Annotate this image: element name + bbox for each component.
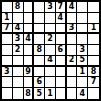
sudoku-cell-empty[interactable] xyxy=(24,2,35,13)
sudoku-cell-given: 2 xyxy=(45,34,56,45)
sudoku-cell-given: 1 xyxy=(88,24,99,35)
sudoku-cell-empty[interactable] xyxy=(45,13,56,24)
sudoku-cell-empty[interactable] xyxy=(24,45,35,56)
sudoku-cell-empty[interactable] xyxy=(88,45,99,56)
sudoku-cell-given: 4 xyxy=(77,88,88,99)
sudoku-cell-given: 2 xyxy=(67,56,78,67)
sudoku-cell-given: 2 xyxy=(13,45,24,56)
sudoku-cell-given: 3 xyxy=(13,34,24,45)
sudoku-cell-given: 1 xyxy=(77,67,88,78)
sudoku-cell-given: 3 xyxy=(77,45,88,56)
sudoku-cell-empty[interactable] xyxy=(67,88,78,99)
sudoku-cell-given: 1 xyxy=(45,88,56,99)
sudoku-cell-given: 8 xyxy=(88,67,99,78)
sudoku-cell-empty[interactable] xyxy=(56,88,67,99)
sudoku-cell-empty[interactable] xyxy=(67,13,78,24)
sudoku-cell-given: 7 xyxy=(56,2,67,13)
sudoku-cell-empty[interactable] xyxy=(24,56,35,67)
sudoku-cell-empty[interactable] xyxy=(13,13,24,24)
sudoku-cell-given: 3 xyxy=(67,24,78,35)
sudoku-cell-empty[interactable] xyxy=(56,24,67,35)
sudoku-cell-given: 7 xyxy=(2,24,13,35)
sudoku-cell-empty[interactable] xyxy=(45,24,56,35)
sudoku-cell-empty[interactable] xyxy=(2,45,13,56)
sudoku-cell-empty[interactable] xyxy=(34,67,45,78)
sudoku-cell-given: 3 xyxy=(2,67,13,78)
sudoku-cell-empty[interactable] xyxy=(34,2,45,13)
sudoku-cell-empty[interactable] xyxy=(67,45,78,56)
sudoku-cell-empty[interactable] xyxy=(56,67,67,78)
sudoku-cell-given: 8 xyxy=(34,45,45,56)
sudoku-cell-empty[interactable] xyxy=(77,34,88,45)
sudoku-cell-empty[interactable] xyxy=(2,77,13,88)
sudoku-cell-empty[interactable] xyxy=(88,56,99,67)
sudoku-cell-empty[interactable] xyxy=(34,34,45,45)
sudoku-cell-empty[interactable] xyxy=(88,13,99,24)
sudoku-cell-given: 4 xyxy=(67,2,78,13)
sudoku-cell-given: 4 xyxy=(56,13,67,24)
sudoku-cell-given: 5 xyxy=(34,88,45,99)
sudoku-cell-empty[interactable] xyxy=(67,77,78,88)
sudoku-cell-empty[interactable] xyxy=(77,77,88,88)
sudoku-cell-empty[interactable] xyxy=(56,56,67,67)
sudoku-cell-empty[interactable] xyxy=(2,88,13,99)
sudoku-cell-empty[interactable] xyxy=(77,24,88,35)
sudoku-cell-given: 4 xyxy=(24,34,35,45)
sudoku-cell-given: 4 xyxy=(45,56,56,67)
sudoku-cell-empty[interactable] xyxy=(77,2,88,13)
sudoku-cell-empty[interactable] xyxy=(13,56,24,67)
sudoku-cell-empty[interactable] xyxy=(67,34,78,45)
sudoku-cell-empty[interactable] xyxy=(34,24,45,35)
sudoku-cell-given: 6 xyxy=(34,77,45,88)
sudoku-cell-empty[interactable] xyxy=(56,77,67,88)
sudoku-cell-empty[interactable] xyxy=(88,34,99,45)
sudoku-cell-empty[interactable] xyxy=(67,67,78,78)
sudoku-cell-given: 9 xyxy=(24,67,35,78)
sudoku-cell-empty[interactable] xyxy=(88,88,99,99)
sudoku-cell-given: 8 xyxy=(13,2,24,13)
sudoku-cell-empty[interactable] xyxy=(13,88,24,99)
sudoku-cell-empty[interactable] xyxy=(2,2,13,13)
sudoku-cell-empty[interactable] xyxy=(34,56,45,67)
sudoku-cell-given: 7 xyxy=(88,77,99,88)
sudoku-cell-empty[interactable] xyxy=(2,34,13,45)
sudoku-cell-empty[interactable] xyxy=(45,67,56,78)
sudoku-cell-given: 3 xyxy=(45,2,56,13)
sudoku-cell-given: 8 xyxy=(24,88,35,99)
sudoku-cell-empty[interactable] xyxy=(24,77,35,88)
sudoku-cell-empty[interactable] xyxy=(34,13,45,24)
sudoku-board: 837414743134228634253918678514 xyxy=(0,0,101,101)
sudoku-cell-empty[interactable] xyxy=(77,13,88,24)
sudoku-cell-empty[interactable] xyxy=(45,45,56,56)
sudoku-cell-empty[interactable] xyxy=(13,77,24,88)
sudoku-cell-empty[interactable] xyxy=(24,24,35,35)
sudoku-cell-given: 5 xyxy=(77,56,88,67)
sudoku-cell-empty[interactable] xyxy=(13,67,24,78)
sudoku-cell-given: 6 xyxy=(56,45,67,56)
sudoku-cell-given: 4 xyxy=(13,24,24,35)
sudoku-cell-empty[interactable] xyxy=(45,77,56,88)
sudoku-cell-empty[interactable] xyxy=(56,34,67,45)
sudoku-cell-empty[interactable] xyxy=(2,56,13,67)
sudoku-cell-empty[interactable] xyxy=(88,2,99,13)
sudoku-cell-empty[interactable] xyxy=(24,13,35,24)
sudoku-cell-given: 1 xyxy=(2,13,13,24)
